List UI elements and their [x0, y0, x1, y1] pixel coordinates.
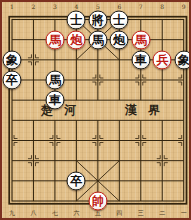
file-number-label: 3	[53, 3, 57, 10]
file-chinese-label: 八	[30, 209, 36, 216]
black-horse[interactable]: 馬	[45, 71, 64, 90]
red-cannon[interactable]: 炮	[67, 30, 86, 49]
file-number-label: 7	[139, 3, 143, 10]
file-chinese-label: 九	[9, 209, 15, 216]
file-chinese-label: 二	[159, 209, 165, 216]
file-chinese-label: 一	[181, 209, 187, 216]
file-chinese-label: 六	[73, 209, 79, 216]
file-chinese-label: 七	[52, 209, 58, 216]
black-elephant[interactable]: 象	[3, 50, 22, 69]
black-general[interactable]: 將	[88, 10, 107, 29]
file-number-label: 6	[117, 3, 121, 10]
black-horse[interactable]: 馬	[88, 30, 107, 49]
file-number-label: 9	[182, 3, 186, 10]
file-number-label: 5	[96, 3, 100, 10]
black-elephant[interactable]: 象	[174, 50, 191, 69]
file-number-label: 4	[74, 3, 78, 10]
river-text-right: 漢界	[125, 102, 171, 119]
file-number-label: 8	[160, 3, 164, 10]
file-number-label: 1	[10, 3, 14, 10]
xiangqi-board: 123456789 九八七六五四三二一 楚河 漢界 士將士馬炮馬炮馬象車兵象卒馬…	[0, 0, 191, 220]
black-chariot[interactable]: 車	[131, 50, 150, 69]
red-soldier[interactable]: 兵	[153, 50, 172, 69]
black-cannon[interactable]: 炮	[110, 30, 129, 49]
red-horse[interactable]: 馬	[45, 30, 64, 49]
black-chariot[interactable]: 車	[45, 91, 64, 110]
file-chinese-label: 三	[138, 209, 144, 216]
black-advisor[interactable]: 士	[67, 10, 86, 29]
black-soldier[interactable]: 卒	[67, 171, 86, 190]
red-horse[interactable]: 馬	[131, 30, 150, 49]
black-advisor[interactable]: 士	[110, 10, 129, 29]
file-number-label: 2	[32, 3, 36, 10]
red-general[interactable]: 帥	[88, 192, 107, 211]
black-soldier[interactable]: 卒	[3, 71, 22, 90]
file-chinese-label: 四	[116, 209, 122, 216]
